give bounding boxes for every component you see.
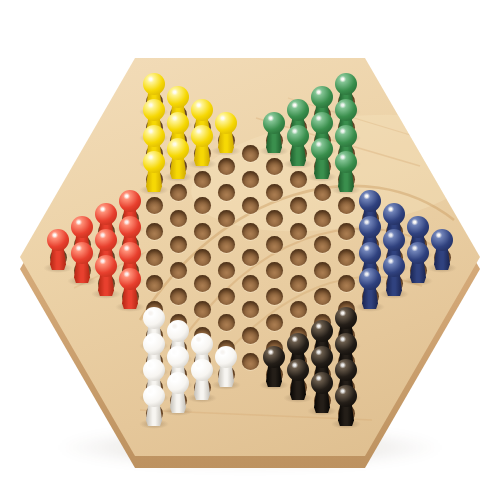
- hole[interactable]: [314, 184, 331, 201]
- hole[interactable]: [242, 327, 259, 344]
- peg-head: [431, 229, 453, 251]
- hole[interactable]: [218, 184, 235, 201]
- peg-green[interactable]: [335, 151, 357, 193]
- hole[interactable]: [266, 158, 283, 175]
- peg-head: [143, 359, 165, 381]
- peg-head: [335, 99, 357, 121]
- hole[interactable]: [170, 236, 187, 253]
- hole[interactable]: [218, 210, 235, 227]
- peg-white[interactable]: [215, 346, 237, 388]
- peg-head: [167, 346, 189, 368]
- peg-head: [359, 216, 381, 238]
- peg-head: [311, 372, 333, 394]
- hole[interactable]: [170, 262, 187, 279]
- hole[interactable]: [242, 249, 259, 266]
- peg-head: [407, 242, 429, 264]
- peg-head: [119, 242, 141, 264]
- peg-head: [143, 151, 165, 173]
- hole[interactable]: [266, 288, 283, 305]
- peg-head: [383, 203, 405, 225]
- peg-head: [383, 229, 405, 251]
- peg-head: [95, 229, 117, 251]
- peg-black[interactable]: [287, 359, 309, 401]
- peg-red[interactable]: [119, 268, 141, 310]
- peg-green[interactable]: [311, 138, 333, 180]
- peg-white[interactable]: [167, 372, 189, 414]
- hole[interactable]: [218, 262, 235, 279]
- hole[interactable]: [290, 197, 307, 214]
- peg-head: [287, 99, 309, 121]
- peg-head: [263, 112, 285, 134]
- peg-white[interactable]: [191, 359, 213, 401]
- hole[interactable]: [194, 223, 211, 240]
- peg-head: [143, 307, 165, 329]
- hole[interactable]: [338, 197, 355, 214]
- peg-head: [335, 307, 357, 329]
- peg-head: [167, 112, 189, 134]
- peg-head: [287, 359, 309, 381]
- peg-head: [407, 216, 429, 238]
- peg-head: [119, 268, 141, 290]
- hole[interactable]: [338, 223, 355, 240]
- hole[interactable]: [218, 314, 235, 331]
- hole[interactable]: [170, 288, 187, 305]
- hole[interactable]: [146, 275, 163, 292]
- product-photo-stage: [0, 0, 500, 500]
- peg-head: [335, 385, 357, 407]
- peg-red[interactable]: [47, 229, 69, 271]
- hole[interactable]: [314, 236, 331, 253]
- chinese-checkers-board: [20, 58, 480, 456]
- peg-head: [143, 125, 165, 147]
- hole[interactable]: [266, 262, 283, 279]
- hole[interactable]: [170, 210, 187, 227]
- peg-head: [143, 333, 165, 355]
- hole[interactable]: [242, 353, 259, 370]
- hole[interactable]: [314, 262, 331, 279]
- hole[interactable]: [266, 236, 283, 253]
- hole[interactable]: [194, 197, 211, 214]
- peg-head: [143, 99, 165, 121]
- peg-head: [335, 333, 357, 355]
- peg-head: [95, 255, 117, 277]
- hole[interactable]: [218, 236, 235, 253]
- hole[interactable]: [242, 275, 259, 292]
- peg-head: [287, 333, 309, 355]
- peg-head: [311, 86, 333, 108]
- hole[interactable]: [194, 301, 211, 318]
- hole[interactable]: [290, 275, 307, 292]
- peg-blue[interactable]: [359, 268, 381, 310]
- peg-green[interactable]: [263, 112, 285, 154]
- hole[interactable]: [194, 171, 211, 188]
- peg-head: [287, 125, 309, 147]
- hole[interactable]: [338, 249, 355, 266]
- peg-head: [71, 216, 93, 238]
- hole[interactable]: [194, 249, 211, 266]
- peg-head: [311, 346, 333, 368]
- hole[interactable]: [242, 197, 259, 214]
- peg-head: [311, 320, 333, 342]
- peg-yellow[interactable]: [215, 112, 237, 154]
- peg-blue[interactable]: [383, 255, 405, 297]
- peg-red[interactable]: [71, 242, 93, 284]
- hole[interactable]: [314, 288, 331, 305]
- peg-white[interactable]: [143, 385, 165, 427]
- peg-head: [215, 346, 237, 368]
- hole[interactable]: [194, 275, 211, 292]
- peg-head: [359, 242, 381, 264]
- hole[interactable]: [266, 184, 283, 201]
- peg-head: [95, 203, 117, 225]
- hole[interactable]: [242, 301, 259, 318]
- hole[interactable]: [314, 210, 331, 227]
- hole[interactable]: [242, 145, 259, 162]
- peg-head: [191, 99, 213, 121]
- hole[interactable]: [338, 275, 355, 292]
- peg-head: [311, 138, 333, 160]
- hole[interactable]: [242, 171, 259, 188]
- peg-black[interactable]: [335, 385, 357, 427]
- peg-head: [335, 125, 357, 147]
- peg-green[interactable]: [287, 125, 309, 167]
- hole[interactable]: [170, 184, 187, 201]
- peg-black[interactable]: [311, 372, 333, 414]
- peg-head: [47, 229, 69, 251]
- peg-red[interactable]: [95, 255, 117, 297]
- peg-blue[interactable]: [407, 242, 429, 284]
- peg-head: [215, 112, 237, 134]
- hole[interactable]: [290, 249, 307, 266]
- hole[interactable]: [218, 158, 235, 175]
- peg-head: [359, 190, 381, 212]
- peg-head: [191, 333, 213, 355]
- peg-blue[interactable]: [431, 229, 453, 271]
- peg-yellow[interactable]: [191, 125, 213, 167]
- peg-head: [263, 346, 285, 368]
- peg-head: [71, 242, 93, 264]
- hole[interactable]: [266, 314, 283, 331]
- peg-head: [191, 125, 213, 147]
- peg-head: [167, 86, 189, 108]
- peg-yellow[interactable]: [167, 138, 189, 180]
- peg-head: [143, 73, 165, 95]
- hole[interactable]: [290, 301, 307, 318]
- hole[interactable]: [290, 223, 307, 240]
- peg-head: [335, 359, 357, 381]
- peg-yellow[interactable]: [143, 151, 165, 193]
- hole[interactable]: [146, 249, 163, 266]
- hole[interactable]: [266, 210, 283, 227]
- peg-head: [119, 216, 141, 238]
- peg-head: [143, 385, 165, 407]
- peg-head: [335, 73, 357, 95]
- peg-head: [167, 372, 189, 394]
- peg-head: [311, 112, 333, 134]
- peg-black[interactable]: [263, 346, 285, 388]
- hole[interactable]: [146, 197, 163, 214]
- peg-head: [119, 190, 141, 212]
- hole[interactable]: [290, 171, 307, 188]
- hole[interactable]: [146, 223, 163, 240]
- peg-head: [167, 138, 189, 160]
- peg-head: [383, 255, 405, 277]
- peg-head: [191, 359, 213, 381]
- hole[interactable]: [242, 223, 259, 240]
- peg-head: [167, 320, 189, 342]
- peg-head: [359, 268, 381, 290]
- peg-head: [335, 151, 357, 173]
- hole[interactable]: [218, 288, 235, 305]
